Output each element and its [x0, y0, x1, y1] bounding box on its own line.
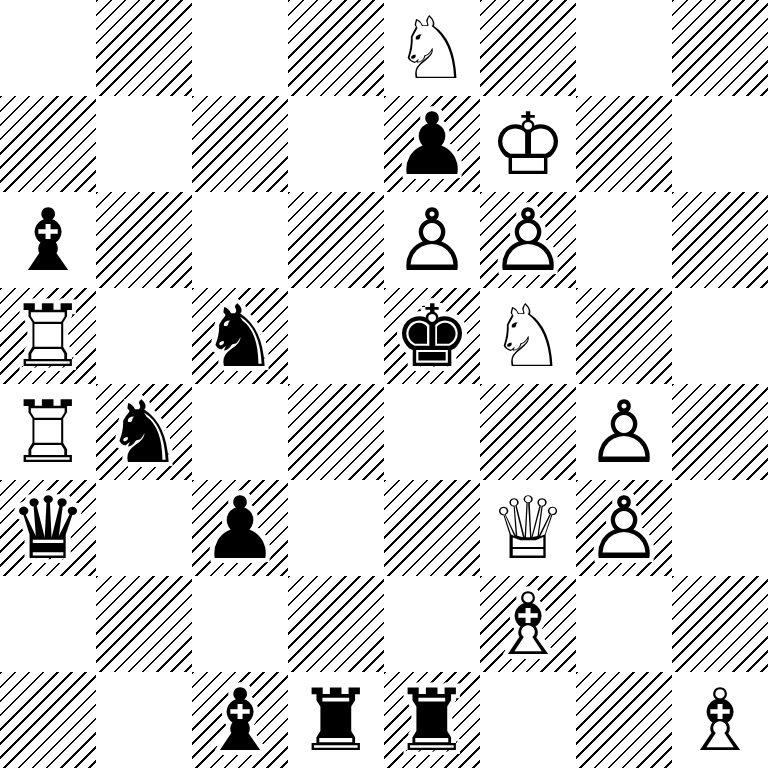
square-h2[interactable] — [672, 576, 768, 672]
white-piece-outline: ♘ — [480, 288, 576, 384]
square-f8[interactable] — [480, 0, 576, 96]
white-rook-icon: ♜♖ — [0, 288, 96, 384]
square-g2[interactable] — [576, 576, 672, 672]
square-d5[interactable] — [288, 288, 384, 384]
square-f5[interactable]: ♞♘ — [480, 288, 576, 384]
square-h1[interactable]: ♝♗ — [672, 672, 768, 768]
black-piece-glyph: ♝ — [0, 192, 96, 288]
white-piece-outline: ♙ — [384, 192, 480, 288]
white-piece-outline: ♔ — [480, 96, 576, 192]
black-piece-glyph: ♞ — [96, 384, 192, 480]
square-d6[interactable] — [288, 192, 384, 288]
square-c5[interactable]: ♞ — [192, 288, 288, 384]
square-f2[interactable]: ♝♗ — [480, 576, 576, 672]
square-a7[interactable] — [0, 96, 96, 192]
square-a3[interactable]: ♛ — [0, 480, 96, 576]
square-h3[interactable] — [672, 480, 768, 576]
square-g7[interactable] — [576, 96, 672, 192]
square-e4[interactable] — [384, 384, 480, 480]
square-b6[interactable] — [96, 192, 192, 288]
square-d4[interactable] — [288, 384, 384, 480]
square-c3[interactable]: ♟ — [192, 480, 288, 576]
black-knight-icon: ♞ — [192, 288, 288, 384]
square-e3[interactable] — [384, 480, 480, 576]
white-pawn-icon: ♟♙ — [384, 192, 480, 288]
white-knight-icon: ♞♘ — [480, 288, 576, 384]
black-queen-icon: ♛ — [0, 480, 96, 576]
black-piece-glyph: ♞ — [192, 288, 288, 384]
square-b4[interactable]: ♞ — [96, 384, 192, 480]
square-d7[interactable] — [288, 96, 384, 192]
square-d3[interactable] — [288, 480, 384, 576]
white-piece-outline: ♘ — [384, 0, 480, 96]
square-c7[interactable] — [192, 96, 288, 192]
white-piece-outline: ♕ — [480, 480, 576, 576]
square-h8[interactable] — [672, 0, 768, 96]
black-piece-glyph: ♛ — [0, 480, 96, 576]
white-piece-outline: ♖ — [0, 288, 96, 384]
white-piece-outline: ♗ — [480, 576, 576, 672]
square-g5[interactable] — [576, 288, 672, 384]
black-piece-glyph: ♟ — [384, 96, 480, 192]
square-f1[interactable] — [480, 672, 576, 768]
white-knight-icon: ♞♘ — [384, 0, 480, 96]
square-e7[interactable]: ♟ — [384, 96, 480, 192]
square-b2[interactable] — [96, 576, 192, 672]
square-c1[interactable]: ♝ — [192, 672, 288, 768]
square-g6[interactable] — [576, 192, 672, 288]
square-d2[interactable] — [288, 576, 384, 672]
black-pawn-icon: ♟ — [192, 480, 288, 576]
square-f4[interactable] — [480, 384, 576, 480]
square-g4[interactable]: ♟♙ — [576, 384, 672, 480]
square-f6[interactable]: ♟♙ — [480, 192, 576, 288]
square-g3[interactable]: ♟♙ — [576, 480, 672, 576]
square-b3[interactable] — [96, 480, 192, 576]
square-a4[interactable]: ♜♖ — [0, 384, 96, 480]
square-f3[interactable]: ♛♕ — [480, 480, 576, 576]
black-rook-icon: ♜ — [384, 672, 480, 768]
black-rook-icon: ♜ — [288, 672, 384, 768]
white-king-icon: ♚♔ — [480, 96, 576, 192]
black-pawn-icon: ♟ — [384, 96, 480, 192]
black-king-icon: ♚ — [384, 288, 480, 384]
square-b8[interactable] — [96, 0, 192, 96]
square-e5[interactable]: ♚ — [384, 288, 480, 384]
black-piece-glyph: ♝ — [192, 672, 288, 768]
white-bishop-icon: ♝♗ — [672, 672, 768, 768]
square-h7[interactable] — [672, 96, 768, 192]
square-f7[interactable]: ♚♔ — [480, 96, 576, 192]
square-a8[interactable] — [0, 0, 96, 96]
square-a6[interactable]: ♝ — [0, 192, 96, 288]
white-piece-outline: ♙ — [576, 480, 672, 576]
white-bishop-icon: ♝♗ — [480, 576, 576, 672]
square-d1[interactable]: ♜ — [288, 672, 384, 768]
square-d8[interactable] — [288, 0, 384, 96]
square-e6[interactable]: ♟♙ — [384, 192, 480, 288]
square-c8[interactable] — [192, 0, 288, 96]
square-g8[interactable] — [576, 0, 672, 96]
white-piece-outline: ♗ — [672, 672, 768, 768]
black-bishop-icon: ♝ — [0, 192, 96, 288]
white-piece-outline: ♖ — [0, 384, 96, 480]
white-queen-icon: ♛♕ — [480, 480, 576, 576]
square-a2[interactable] — [0, 576, 96, 672]
square-c4[interactable] — [192, 384, 288, 480]
square-h5[interactable] — [672, 288, 768, 384]
white-pawn-icon: ♟♙ — [576, 384, 672, 480]
square-b7[interactable] — [96, 96, 192, 192]
square-g1[interactable] — [576, 672, 672, 768]
black-piece-glyph: ♜ — [288, 672, 384, 768]
square-a5[interactable]: ♜♖ — [0, 288, 96, 384]
square-a1[interactable] — [0, 672, 96, 768]
square-e8[interactable]: ♞♘ — [384, 0, 480, 96]
white-pawn-icon: ♟♙ — [576, 480, 672, 576]
black-piece-glyph: ♜ — [384, 672, 480, 768]
square-e1[interactable]: ♜ — [384, 672, 480, 768]
square-b5[interactable] — [96, 288, 192, 384]
square-c6[interactable] — [192, 192, 288, 288]
black-knight-icon: ♞ — [96, 384, 192, 480]
white-piece-outline: ♙ — [576, 384, 672, 480]
white-rook-icon: ♜♖ — [0, 384, 96, 480]
black-bishop-icon: ♝ — [192, 672, 288, 768]
square-h4[interactable] — [672, 384, 768, 480]
square-h6[interactable] — [672, 192, 768, 288]
square-e2[interactable] — [384, 576, 480, 672]
white-pawn-icon: ♟♙ — [480, 192, 576, 288]
black-piece-glyph: ♟ — [192, 480, 288, 576]
black-piece-glyph: ♚ — [384, 288, 480, 384]
square-b1[interactable] — [96, 672, 192, 768]
white-piece-outline: ♙ — [480, 192, 576, 288]
square-c2[interactable] — [192, 576, 288, 672]
chess-board: ♞♘♟♚♔♝♟♙♟♙♜♖♞♚♞♘♜♖♞♟♙♛♟♛♕♟♙♝♗♝♜♜♝♗ — [0, 0, 768, 768]
